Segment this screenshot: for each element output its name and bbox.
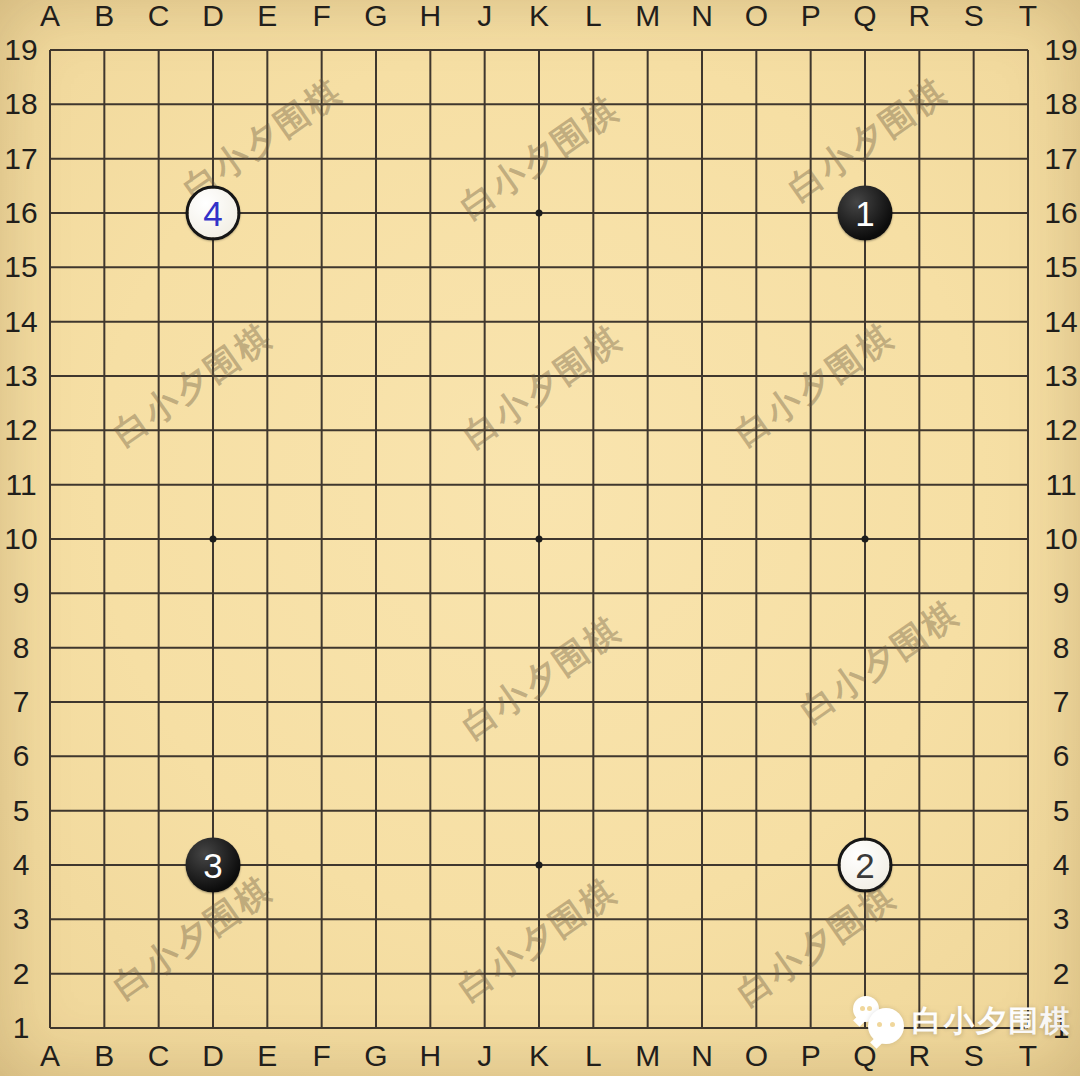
coordinate-label-left-10: 10 xyxy=(4,522,37,556)
coordinate-label-bottom-E: E xyxy=(257,1039,277,1073)
coordinate-label-bottom-T: T xyxy=(1019,1039,1037,1073)
coordinate-label-left-8: 8 xyxy=(13,631,30,665)
coordinate-label-left-2: 2 xyxy=(13,957,30,991)
coordinate-label-right-8: 8 xyxy=(1053,631,1070,665)
coordinate-label-top-E: E xyxy=(257,0,277,33)
coordinate-label-top-L: L xyxy=(585,0,602,33)
coordinate-label-bottom-H: H xyxy=(419,1039,441,1073)
go-board[interactable]: AABBCCDDEEFFGGHHJJKKLLMMNNOOPPQQRRSSTT19… xyxy=(0,0,1080,1076)
coordinate-label-top-D: D xyxy=(202,0,224,33)
coordinate-label-right-9: 9 xyxy=(1053,576,1070,610)
coordinate-label-bottom-P: P xyxy=(801,1039,821,1073)
star-point-K16 xyxy=(536,210,543,217)
coordinate-label-bottom-R: R xyxy=(908,1039,930,1073)
coordinate-label-right-16: 16 xyxy=(1044,196,1077,230)
coordinate-label-left-17: 17 xyxy=(4,142,37,176)
coordinate-label-bottom-G: G xyxy=(364,1039,387,1073)
stone-white-Q4[interactable]: 2 xyxy=(838,838,893,893)
star-point-D10 xyxy=(210,536,217,543)
coordinate-label-right-4: 4 xyxy=(1053,848,1070,882)
coordinate-label-right-13: 13 xyxy=(1044,359,1077,393)
coordinate-label-top-P: P xyxy=(801,0,821,33)
coordinate-label-bottom-F: F xyxy=(312,1039,330,1073)
coordinate-label-bottom-C: C xyxy=(148,1039,170,1073)
stone-black-Q16[interactable]: 1 xyxy=(838,186,893,241)
coordinate-label-right-7: 7 xyxy=(1053,685,1070,719)
coordinate-label-bottom-L: L xyxy=(585,1039,602,1073)
coordinate-label-left-5: 5 xyxy=(13,794,30,828)
coordinate-label-left-12: 12 xyxy=(4,413,37,447)
coordinate-label-top-K: K xyxy=(529,0,549,33)
coordinate-label-right-5: 5 xyxy=(1053,794,1070,828)
coordinate-label-right-10: 10 xyxy=(1044,522,1077,556)
coordinate-label-left-9: 9 xyxy=(13,576,30,610)
coordinate-label-right-2: 2 xyxy=(1053,957,1070,991)
board-grid[interactable] xyxy=(0,0,1080,1076)
coordinate-label-right-18: 18 xyxy=(1044,87,1077,121)
coordinate-label-top-J: J xyxy=(477,0,492,33)
coordinate-label-bottom-K: K xyxy=(529,1039,549,1073)
stone-white-D16[interactable]: 4 xyxy=(186,186,241,241)
coordinate-label-top-T: T xyxy=(1019,0,1037,33)
coordinate-label-right-6: 6 xyxy=(1053,739,1070,773)
coordinate-label-right-11: 11 xyxy=(1045,468,1076,502)
coordinate-label-bottom-A: A xyxy=(40,1039,60,1073)
coordinate-label-top-Q: Q xyxy=(853,0,876,33)
coordinate-label-bottom-O: O xyxy=(745,1039,768,1073)
coordinate-label-bottom-D: D xyxy=(202,1039,224,1073)
coordinate-label-bottom-J: J xyxy=(477,1039,492,1073)
coordinate-label-right-15: 15 xyxy=(1044,250,1077,284)
coordinate-label-right-19: 19 xyxy=(1044,33,1077,67)
coordinate-label-bottom-S: S xyxy=(964,1039,984,1073)
coordinate-label-left-18: 18 xyxy=(4,87,37,121)
coordinate-label-top-M: M xyxy=(635,0,660,33)
star-point-K4 xyxy=(536,862,543,869)
coordinate-label-left-15: 15 xyxy=(4,250,37,284)
coordinate-label-bottom-M: M xyxy=(635,1039,660,1073)
coordinate-label-right-14: 14 xyxy=(1044,305,1077,339)
coordinate-label-left-16: 16 xyxy=(4,196,37,230)
coordinate-label-bottom-Q: Q xyxy=(853,1039,876,1073)
coordinate-label-left-4: 4 xyxy=(13,848,30,882)
coordinate-label-top-O: O xyxy=(745,0,768,33)
coordinate-label-left-6: 6 xyxy=(13,739,30,773)
coordinate-label-right-12: 12 xyxy=(1044,413,1077,447)
stone-move-number: 1 xyxy=(855,196,874,231)
coordinate-label-top-R: R xyxy=(908,0,930,33)
coordinate-label-top-A: A xyxy=(40,0,60,33)
stone-move-number: 4 xyxy=(203,196,222,231)
coordinate-label-left-11: 11 xyxy=(5,468,36,502)
coordinate-label-left-7: 7 xyxy=(13,685,30,719)
coordinate-label-right-17: 17 xyxy=(1044,142,1077,176)
coordinate-label-top-G: G xyxy=(364,0,387,33)
coordinate-label-top-N: N xyxy=(691,0,713,33)
coordinate-label-left-13: 13 xyxy=(4,359,37,393)
star-point-K10 xyxy=(536,536,543,543)
stone-black-D4[interactable]: 3 xyxy=(186,838,241,893)
coordinate-label-right-1: 1 xyxy=(1053,1011,1070,1045)
coordinate-label-top-S: S xyxy=(964,0,984,33)
coordinate-label-bottom-N: N xyxy=(691,1039,713,1073)
stone-move-number: 2 xyxy=(855,848,874,883)
coordinate-label-top-H: H xyxy=(419,0,441,33)
coordinate-label-top-C: C xyxy=(148,0,170,33)
star-point-Q10 xyxy=(862,536,869,543)
coordinate-label-left-1: 1 xyxy=(13,1011,30,1045)
coordinate-label-left-3: 3 xyxy=(13,902,30,936)
coordinate-label-top-B: B xyxy=(94,0,114,33)
coordinate-label-top-F: F xyxy=(312,0,330,33)
coordinate-label-left-19: 19 xyxy=(4,33,37,67)
coordinate-label-left-14: 14 xyxy=(4,305,37,339)
coordinate-label-right-3: 3 xyxy=(1053,902,1070,936)
coordinate-label-bottom-B: B xyxy=(94,1039,114,1073)
stone-move-number: 3 xyxy=(203,848,222,883)
